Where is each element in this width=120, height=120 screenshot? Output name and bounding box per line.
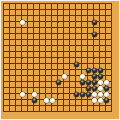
black-stone[interactable] [86, 92, 91, 97]
black-stone[interactable] [80, 80, 85, 85]
go-board[interactable] [0, 0, 120, 120]
white-stone[interactable] [62, 74, 67, 79]
white-stone[interactable] [44, 98, 49, 103]
black-stone[interactable] [92, 20, 97, 25]
hoshi-point [93, 57, 95, 59]
black-stone[interactable] [98, 74, 103, 79]
white-stone[interactable] [32, 92, 37, 97]
black-stone[interactable] [92, 86, 97, 91]
hoshi-point [57, 21, 59, 23]
black-stone[interactable] [92, 68, 97, 73]
white-stone[interactable] [98, 98, 103, 103]
black-stone[interactable] [98, 68, 103, 73]
white-stone[interactable] [50, 98, 55, 103]
black-stone[interactable] [80, 92, 85, 97]
white-stone[interactable] [98, 86, 103, 91]
black-stone[interactable] [74, 92, 79, 97]
white-stone[interactable] [98, 80, 103, 85]
black-stone[interactable] [92, 32, 97, 37]
black-stone[interactable] [56, 80, 61, 85]
black-stone[interactable] [86, 80, 91, 85]
white-stone[interactable] [98, 92, 103, 97]
hoshi-point [57, 57, 59, 59]
black-stone[interactable] [92, 80, 97, 85]
white-stone[interactable] [80, 74, 85, 79]
white-stone[interactable] [104, 92, 109, 97]
white-stone[interactable] [20, 92, 25, 97]
white-stone[interactable] [92, 92, 97, 97]
hoshi-point [57, 93, 59, 95]
hoshi-point [21, 57, 23, 59]
white-stone[interactable] [92, 98, 97, 103]
white-stone[interactable] [20, 20, 25, 25]
white-stone[interactable] [104, 80, 109, 85]
black-stone[interactable] [104, 86, 109, 91]
black-stone[interactable] [86, 68, 91, 73]
black-stone[interactable] [32, 98, 37, 103]
black-stone[interactable] [92, 74, 97, 79]
black-stone[interactable] [74, 62, 79, 67]
black-stone[interactable] [104, 98, 109, 103]
black-stone[interactable] [86, 86, 91, 91]
